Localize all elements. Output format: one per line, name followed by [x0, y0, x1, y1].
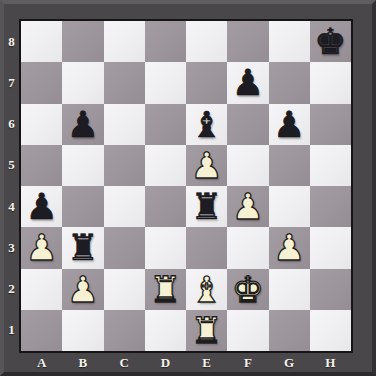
rank-label-1: 1 [4, 310, 19, 351]
piece-black-pawn: ♟ [25, 186, 57, 227]
square-g3[interactable]: ♟ [269, 227, 310, 268]
square-a7[interactable] [21, 62, 62, 103]
piece-white-rook: ♜ [190, 310, 222, 351]
square-f6[interactable] [227, 104, 268, 145]
piece-white-pawn: ♟ [25, 227, 57, 268]
square-f3[interactable] [227, 227, 268, 268]
piece-black-pawn: ♟ [67, 104, 99, 145]
square-c5[interactable] [104, 145, 145, 186]
rank-label-7: 7 [4, 62, 19, 103]
square-a8[interactable] [21, 21, 62, 62]
square-h2[interactable] [310, 269, 351, 310]
square-e6[interactable]: ♝ [186, 104, 227, 145]
rank-label-5: 5 [4, 145, 19, 186]
square-c6[interactable] [104, 104, 145, 145]
square-d7[interactable] [145, 62, 186, 103]
square-h4[interactable] [310, 186, 351, 227]
file-label-d: D [145, 353, 186, 372]
file-label-a: A [21, 353, 62, 372]
square-f5[interactable] [227, 145, 268, 186]
rank-label-6: 6 [4, 104, 19, 145]
file-label-f: F [227, 353, 268, 372]
square-b4[interactable] [62, 186, 103, 227]
square-f4[interactable]: ♟ [227, 186, 268, 227]
square-f2[interactable]: ♚ [227, 269, 268, 310]
piece-white-bishop: ♝ [190, 269, 222, 310]
square-d2[interactable]: ♜ [145, 269, 186, 310]
piece-black-pawn: ♟ [232, 62, 264, 103]
piece-white-king: ♚ [232, 269, 264, 310]
square-b5[interactable] [62, 145, 103, 186]
rank-labels: 87654321 [4, 21, 19, 351]
file-label-b: B [62, 353, 103, 372]
square-f8[interactable] [227, 21, 268, 62]
piece-black-rook: ♜ [67, 227, 99, 268]
chess-board: ♚♟♟♝♟♟♟♜♟♟♜♟♟♜♝♚♜ [21, 21, 351, 351]
square-h3[interactable] [310, 227, 351, 268]
piece-white-pawn: ♟ [232, 186, 264, 227]
piece-black-bishop: ♝ [190, 104, 222, 145]
board-border: ♚♟♟♝♟♟♟♜♟♟♜♟♟♜♝♚♜ [19, 19, 353, 353]
square-g6[interactable]: ♟ [269, 104, 310, 145]
square-a3[interactable]: ♟ [21, 227, 62, 268]
square-g4[interactable] [269, 186, 310, 227]
square-g1[interactable] [269, 310, 310, 351]
rank-label-3: 3 [4, 227, 19, 268]
square-h5[interactable] [310, 145, 351, 186]
square-h1[interactable] [310, 310, 351, 351]
piece-black-pawn: ♟ [273, 104, 305, 145]
square-e5[interactable]: ♟ [186, 145, 227, 186]
square-g2[interactable] [269, 269, 310, 310]
piece-white-pawn: ♟ [190, 145, 222, 186]
square-c3[interactable] [104, 227, 145, 268]
square-a5[interactable] [21, 145, 62, 186]
file-label-c: C [104, 353, 145, 372]
square-e2[interactable]: ♝ [186, 269, 227, 310]
square-b2[interactable]: ♟ [62, 269, 103, 310]
square-g5[interactable] [269, 145, 310, 186]
square-c4[interactable] [104, 186, 145, 227]
piece-white-rook: ♜ [149, 269, 181, 310]
square-a2[interactable] [21, 269, 62, 310]
piece-black-rook: ♜ [190, 186, 222, 227]
square-d3[interactable] [145, 227, 186, 268]
square-e7[interactable] [186, 62, 227, 103]
square-a1[interactable] [21, 310, 62, 351]
piece-white-pawn: ♟ [67, 269, 99, 310]
square-h8[interactable]: ♚ [310, 21, 351, 62]
square-c2[interactable] [104, 269, 145, 310]
square-e8[interactable] [186, 21, 227, 62]
piece-black-king: ♚ [314, 21, 346, 62]
square-h7[interactable] [310, 62, 351, 103]
square-e3[interactable] [186, 227, 227, 268]
square-d4[interactable] [145, 186, 186, 227]
square-c7[interactable] [104, 62, 145, 103]
square-d1[interactable] [145, 310, 186, 351]
square-b6[interactable]: ♟ [62, 104, 103, 145]
square-b7[interactable] [62, 62, 103, 103]
square-g8[interactable] [269, 21, 310, 62]
square-g7[interactable] [269, 62, 310, 103]
square-f1[interactable] [227, 310, 268, 351]
square-f7[interactable]: ♟ [227, 62, 268, 103]
square-b8[interactable] [62, 21, 103, 62]
file-label-h: H [310, 353, 351, 372]
square-d5[interactable] [145, 145, 186, 186]
square-h6[interactable] [310, 104, 351, 145]
square-e1[interactable]: ♜ [186, 310, 227, 351]
square-b3[interactable]: ♜ [62, 227, 103, 268]
square-d6[interactable] [145, 104, 186, 145]
square-b1[interactable] [62, 310, 103, 351]
square-e4[interactable]: ♜ [186, 186, 227, 227]
file-label-e: E [186, 353, 227, 372]
file-labels: ABCDEFGH [21, 353, 351, 372]
file-label-g: G [269, 353, 310, 372]
rank-label-4: 4 [4, 186, 19, 227]
square-a6[interactable] [21, 104, 62, 145]
square-a4[interactable]: ♟ [21, 186, 62, 227]
square-c1[interactable] [104, 310, 145, 351]
board-frame: 87654321 ♚♟♟♝♟♟♟♜♟♟♜♟♟♜♝♚♜ ABCDEFGH [0, 0, 376, 376]
square-d8[interactable] [145, 21, 186, 62]
square-c8[interactable] [104, 21, 145, 62]
rank-label-2: 2 [4, 269, 19, 310]
piece-white-pawn: ♟ [273, 227, 305, 268]
rank-label-8: 8 [4, 21, 19, 62]
